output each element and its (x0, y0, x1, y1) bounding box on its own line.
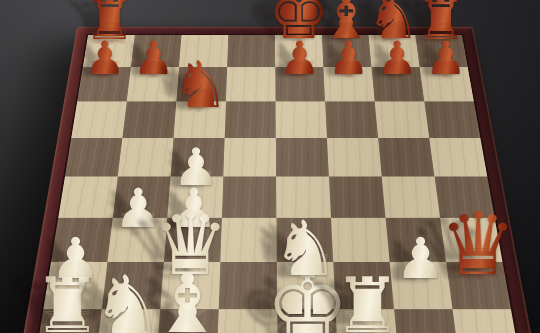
piece-red-knight-c6[interactable]: ♞♞♞ (171, 52, 229, 116)
piece-red-queen-h2[interactable]: ♛♛♛ (440, 201, 517, 287)
square-h5[interactable] (429, 138, 487, 177)
square-h1[interactable] (453, 309, 521, 333)
square-f5[interactable] (327, 138, 382, 177)
piece-reflection: ♟ (279, 57, 320, 80)
piece-reflection: ♟ (425, 57, 466, 80)
square-e6[interactable] (276, 101, 327, 137)
piece-reflection: ♞ (171, 83, 229, 115)
piece-red-pawn-h7[interactable]: ♟♟♟ (425, 35, 466, 81)
square-a6[interactable] (71, 101, 127, 137)
piece-white-pawn-g2[interactable]: ♟♟♟ (395, 230, 446, 287)
piece-reflection: ♛ (440, 242, 517, 285)
square-h6[interactable] (424, 101, 480, 137)
piece-reflection: ♟ (395, 258, 446, 286)
square-e5[interactable] (276, 138, 329, 177)
square-g5[interactable] (378, 138, 434, 177)
square-d5[interactable] (223, 138, 276, 177)
piece-reflection: ♜ (333, 306, 402, 333)
piece-white-rook-f1[interactable]: ♜♜♜ (333, 269, 402, 333)
piece-reflection: ♝ (151, 303, 224, 333)
piece-white-bishop-c1[interactable]: ♝♝♝ (151, 264, 224, 333)
square-d7[interactable] (226, 67, 276, 101)
square-g6[interactable] (375, 101, 430, 137)
square-d6[interactable] (225, 101, 276, 137)
square-f6[interactable] (325, 101, 378, 137)
square-g1[interactable] (394, 309, 459, 333)
square-a5[interactable] (65, 138, 122, 177)
game-scene: ♜♜♜♚♚♚♝♝♝♞♞♞♜♜♜♟♟♟♟♟♟♟♟♟♟♟♟♟♟♟♟♟♟♞♞♞♛♛♛♟… (0, 0, 540, 333)
